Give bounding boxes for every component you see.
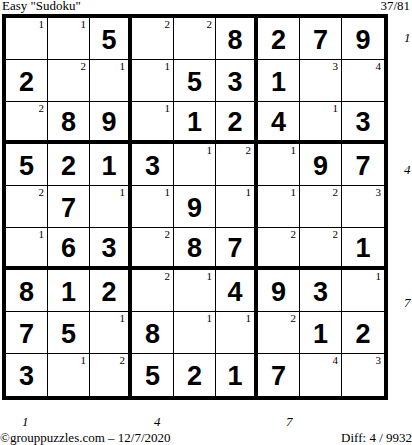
cell-mark: 2 — [39, 186, 45, 199]
cell-mark: 1 — [39, 18, 45, 31]
sudoku-cell-r7c4[interactable]: 2 — [132, 270, 174, 312]
sudoku-cell-r3c1[interactable]: 2 — [6, 102, 48, 144]
cell-mark: 1 — [207, 312, 213, 325]
sudoku-cell-r4c5[interactable]: 1 — [174, 144, 216, 186]
cell-value: 5 — [101, 27, 116, 54]
sudoku-cell-r9c9[interactable]: 3 — [342, 354, 384, 396]
cell-mark: 1 — [120, 312, 126, 325]
cell-mark: 1 — [81, 354, 87, 367]
sudoku-cell-r5c3[interactable]: 1 — [90, 186, 132, 228]
cell-value: 9 — [101, 109, 116, 136]
puzzle-counter: 37/81 — [380, 0, 410, 13]
sudoku-cell-r1c5[interactable]: 2 — [174, 18, 216, 60]
sudoku-cell-r2c1[interactable]: 2 — [6, 60, 48, 102]
cell-mark: 4 — [376, 60, 382, 73]
sudoku-cell-r2c9[interactable]: 4 — [342, 60, 384, 102]
cell-value: 7 — [313, 27, 328, 54]
col-label-4: 4 — [154, 415, 161, 429]
sudoku-cell-r4c3[interactable]: 1 — [90, 144, 132, 186]
sudoku-cell-r4c8[interactable]: 9 — [300, 144, 342, 186]
sudoku-cell-r9c3[interactable]: 2 — [90, 354, 132, 396]
cell-mark: 4 — [333, 354, 339, 367]
cell-mark: 2 — [165, 228, 171, 241]
sudoku-cell-r8c7[interactable]: 2 — [258, 312, 300, 354]
cell-value: 8 — [145, 321, 160, 348]
cell-mark: 2 — [333, 228, 339, 241]
sudoku-cell-r6c5[interactable]: 8 — [174, 228, 216, 270]
difficulty-text: Diff: 4 / 9932 — [341, 431, 412, 445]
cell-mark: 2 — [207, 18, 213, 31]
sudoku-cell-r2c3[interactable]: 1 — [90, 60, 132, 102]
sudoku-cell-r6c1[interactable]: 1 — [6, 228, 48, 270]
cell-value: 1 — [101, 153, 116, 180]
cell-mark: 3 — [333, 60, 339, 73]
sudoku-cell-r2c8[interactable]: 3 — [300, 60, 342, 102]
cell-value: 1 — [313, 321, 328, 348]
cell-value: 7 — [271, 363, 286, 390]
sudoku-cell-r1c7[interactable]: 2 — [258, 18, 300, 60]
cell-value: 9 — [313, 153, 328, 180]
cell-mark: 2 — [81, 60, 87, 73]
cell-mark: 1 — [207, 270, 213, 283]
cell-value: 9 — [355, 27, 370, 54]
sudoku-cell-r8c2[interactable]: 5 — [48, 312, 90, 354]
sudoku-cell-r1c6[interactable]: 8 — [216, 18, 258, 60]
sudoku-cell-r7c8[interactable]: 3 — [300, 270, 342, 312]
cell-value: 2 — [355, 321, 370, 348]
cell-value: 8 — [61, 109, 76, 136]
sudoku-cell-r6c4[interactable]: 2 — [132, 228, 174, 270]
row-label-7: 7 — [404, 296, 411, 310]
cell-mark: 1 — [39, 228, 45, 241]
sudoku-cell-r3c3[interactable]: 9 — [90, 102, 132, 144]
cell-value: 5 — [19, 153, 34, 180]
sudoku-cell-r7c7[interactable]: 9 — [258, 270, 300, 312]
sudoku-cell-r7c2[interactable]: 1 — [48, 270, 90, 312]
copyright-text: ©grouppuzzles.com – 12/7/2020 — [0, 431, 171, 445]
cell-mark: 2 — [165, 18, 171, 31]
cell-value: 3 — [227, 69, 242, 96]
sudoku-cell-r3c9[interactable]: 3 — [342, 102, 384, 144]
sudoku-cell-r8c8[interactable]: 1 — [300, 312, 342, 354]
sudoku-cell-r4c4[interactable]: 3 — [132, 144, 174, 186]
sudoku-cell-r3c7[interactable]: 4 — [258, 102, 300, 144]
sudoku-cell-r3c8[interactable]: 1 — [300, 102, 342, 144]
cell-value: 8 — [19, 279, 34, 306]
sudoku-cell-r1c4[interactable]: 2 — [132, 18, 174, 60]
sudoku-cell-r6c6[interactable]: 7 — [216, 228, 258, 270]
cell-mark: 1 — [81, 18, 87, 31]
cell-value: 2 — [19, 69, 34, 96]
cell-value: 1 — [61, 279, 76, 306]
cell-value: 7 — [61, 195, 76, 222]
cell-value: 1 — [187, 109, 202, 136]
cell-mark: 1 — [376, 270, 382, 283]
row-label-1: 1 — [404, 31, 411, 45]
cell-value: 9 — [271, 279, 286, 306]
sudoku-cell-r2c7[interactable]: 1 — [258, 60, 300, 102]
sudoku-cell-r9c7[interactable]: 7 — [258, 354, 300, 396]
sudoku-cell-r8c6[interactable]: 1 — [216, 312, 258, 354]
sudoku-cell-r3c6[interactable]: 2 — [216, 102, 258, 144]
cell-mark: 3 — [376, 354, 382, 367]
cell-value: 9 — [187, 195, 202, 222]
cell-mark: 1 — [246, 312, 252, 325]
sudoku-cell-r8c4[interactable]: 8 — [132, 312, 174, 354]
sudoku-cell-r1c1[interactable]: 1 — [6, 18, 48, 60]
sudoku-cell-r5c2[interactable]: 7 — [48, 186, 90, 228]
sudoku-cell-r9c8[interactable]: 4 — [300, 354, 342, 396]
sudoku-cell-r9c6[interactable]: 1 — [216, 354, 258, 396]
cell-mark: 1 — [165, 60, 171, 73]
cell-mark: 2 — [39, 102, 45, 115]
sudoku-cell-r5c7[interactable]: 1 — [258, 186, 300, 228]
cell-mark: 2 — [120, 354, 126, 367]
cell-value: 2 — [187, 363, 202, 390]
sudoku-cell-r5c5[interactable]: 9 — [174, 186, 216, 228]
cell-mark: 1 — [207, 144, 213, 157]
sudoku-cell-r8c1[interactable]: 7 — [6, 312, 48, 354]
sudoku-cell-r5c1[interactable]: 2 — [6, 186, 48, 228]
footer: ©grouppuzzles.com – 12/7/2020 Diff: 4 / … — [0, 431, 412, 445]
cell-mark: 2 — [333, 186, 339, 199]
cell-value: 5 — [187, 69, 202, 96]
sudoku-cell-r6c2[interactable]: 6 — [48, 228, 90, 270]
col-label-1: 1 — [22, 415, 29, 429]
sudoku-board: 1152282792211531342891124135213121972711… — [2, 14, 388, 400]
sudoku-cell-r4c9[interactable]: 7 — [342, 144, 384, 186]
cell-value: 1 — [271, 69, 286, 96]
cell-value: 4 — [227, 279, 242, 306]
cell-mark: 1 — [120, 186, 126, 199]
sudoku-cell-r1c9[interactable]: 9 — [342, 18, 384, 60]
cell-mark: 1 — [246, 186, 252, 199]
row-label-4: 4 — [404, 163, 411, 177]
cell-value: 1 — [227, 363, 242, 390]
sudoku-cell-r9c2[interactable]: 1 — [48, 354, 90, 396]
sudoku-cell-r4c6[interactable]: 2 — [216, 144, 258, 186]
sudoku-cell-r6c7[interactable]: 2 — [258, 228, 300, 270]
sudoku-cell-r9c1[interactable]: 3 — [6, 354, 48, 396]
sudoku-cell-r7c9[interactable]: 1 — [342, 270, 384, 312]
cell-mark: 2 — [165, 270, 171, 283]
header: Easy "Sudoku" 37/81 — [2, 0, 410, 13]
sudoku-cell-r5c4[interactable]: 1 — [132, 186, 174, 228]
cell-mark: 1 — [165, 102, 171, 115]
cell-mark: 1 — [291, 186, 297, 199]
sudoku-cell-r6c3[interactable]: 3 — [90, 228, 132, 270]
cell-mark: 1 — [291, 144, 297, 157]
sudoku-cell-r6c8[interactable]: 2 — [300, 228, 342, 270]
cell-value: 8 — [227, 27, 242, 54]
cell-value: 3 — [355, 109, 370, 136]
cell-value: 7 — [227, 235, 242, 262]
cell-value: 2 — [61, 153, 76, 180]
sudoku-cell-r9c5[interactable]: 2 — [174, 354, 216, 396]
sudoku-cell-r2c2[interactable]: 2 — [48, 60, 90, 102]
col-label-7: 7 — [286, 415, 293, 429]
sudoku-cell-r7c5[interactable]: 1 — [174, 270, 216, 312]
cell-value: 4 — [271, 109, 286, 136]
sudoku-cell-r4c1[interactable]: 5 — [6, 144, 48, 186]
cell-value: 5 — [145, 363, 160, 390]
sudoku-cell-r8c9[interactable]: 2 — [342, 312, 384, 354]
sudoku-cell-r5c9[interactable]: 3 — [342, 186, 384, 228]
cell-value: 2 — [101, 279, 116, 306]
cell-mark: 1 — [165, 186, 171, 199]
sudoku-cell-r5c8[interactable]: 2 — [300, 186, 342, 228]
cell-value: 3 — [145, 153, 160, 180]
cell-mark: 2 — [291, 228, 297, 241]
sudoku-cell-r3c2[interactable]: 8 — [48, 102, 90, 144]
cell-value: 1 — [355, 235, 370, 262]
cell-mark: 2 — [291, 312, 297, 325]
cell-value: 7 — [19, 321, 34, 348]
sudoku-cell-r7c3[interactable]: 2 — [90, 270, 132, 312]
cell-mark: 2 — [246, 144, 252, 157]
sudoku-cell-r6c9[interactable]: 1 — [342, 228, 384, 270]
cell-value: 2 — [227, 109, 242, 136]
cell-value: 6 — [61, 235, 76, 262]
sudoku-cell-r5c6[interactable]: 1 — [216, 186, 258, 228]
cell-value: 3 — [19, 363, 34, 390]
cell-mark: 3 — [376, 186, 382, 199]
sudoku-cell-r4c2[interactable]: 2 — [48, 144, 90, 186]
sudoku-cell-r1c8[interactable]: 7 — [300, 18, 342, 60]
cell-value: 5 — [61, 321, 76, 348]
cell-value: 7 — [355, 153, 370, 180]
cell-value: 2 — [271, 27, 286, 54]
page-title: Easy "Sudoku" — [2, 0, 81, 13]
sudoku-cell-r8c5[interactable]: 1 — [174, 312, 216, 354]
cell-mark: 1 — [120, 60, 126, 73]
sudoku-cell-r3c4[interactable]: 1 — [132, 102, 174, 144]
sudoku-cell-r2c6[interactable]: 3 — [216, 60, 258, 102]
sudoku-cell-r7c1[interactable]: 8 — [6, 270, 48, 312]
sudoku-cell-r4c7[interactable]: 1 — [258, 144, 300, 186]
sudoku-cell-r9c4[interactable]: 5 — [132, 354, 174, 396]
cell-value: 3 — [101, 235, 116, 262]
sudoku-cell-r2c5[interactable]: 5 — [174, 60, 216, 102]
sudoku-cell-r3c5[interactable]: 1 — [174, 102, 216, 144]
cell-value: 8 — [187, 235, 202, 262]
cell-value: 3 — [313, 279, 328, 306]
sudoku-cell-r2c4[interactable]: 1 — [132, 60, 174, 102]
cell-mark: 1 — [333, 102, 339, 115]
sudoku-cell-r7c6[interactable]: 4 — [216, 270, 258, 312]
sudoku-cell-r8c3[interactable]: 1 — [90, 312, 132, 354]
sudoku-cell-r1c3[interactable]: 5 — [90, 18, 132, 60]
sudoku-cell-r1c2[interactable]: 1 — [48, 18, 90, 60]
